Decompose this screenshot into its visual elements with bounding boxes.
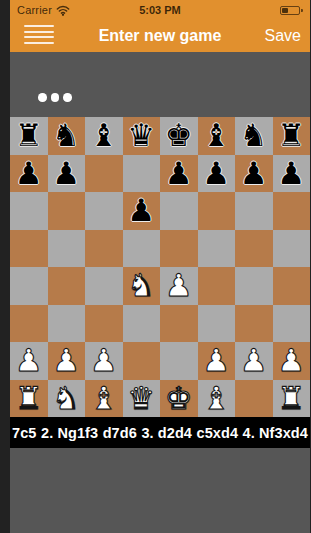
dot xyxy=(51,93,60,102)
white-pawn[interactable]: ♟ xyxy=(240,342,268,379)
square-b6[interactable] xyxy=(48,192,86,230)
square-a3[interactable] xyxy=(10,305,48,343)
square-a7[interactable]: ♟ xyxy=(10,155,48,193)
square-g1[interactable] xyxy=(235,380,273,418)
status-left: Carrier xyxy=(17,4,70,16)
white-queen[interactable]: ♛ xyxy=(127,380,155,417)
square-g4[interactable] xyxy=(235,267,273,305)
square-c3[interactable] xyxy=(85,305,123,343)
square-a2[interactable]: ♟ xyxy=(10,342,48,380)
move-token[interactable]: d7d6 xyxy=(103,425,137,441)
square-e5[interactable] xyxy=(160,230,198,268)
black-rook[interactable]: ♜ xyxy=(15,117,43,154)
dots-indicator xyxy=(38,93,72,102)
square-f4[interactable] xyxy=(198,267,236,305)
black-bishop[interactable]: ♝ xyxy=(90,117,118,154)
black-knight[interactable]: ♞ xyxy=(240,117,268,154)
square-b4[interactable] xyxy=(48,267,86,305)
menu-icon[interactable] xyxy=(24,25,54,44)
square-h8[interactable]: ♜ xyxy=(273,117,311,155)
black-pawn[interactable]: ♟ xyxy=(15,155,43,192)
white-pawn[interactable]: ♟ xyxy=(52,342,80,379)
square-d4[interactable]: ♞ xyxy=(123,267,161,305)
status-right xyxy=(280,6,303,15)
black-pawn[interactable]: ♟ xyxy=(202,155,230,192)
square-h1[interactable]: ♜ xyxy=(273,380,311,418)
square-h2[interactable]: ♟ xyxy=(273,342,311,380)
square-f3[interactable] xyxy=(198,305,236,343)
square-h7[interactable]: ♟ xyxy=(273,155,311,193)
dot xyxy=(63,93,72,102)
square-c1[interactable]: ♝ xyxy=(85,380,123,418)
square-c6[interactable] xyxy=(85,192,123,230)
square-g7[interactable]: ♟ xyxy=(235,155,273,193)
square-d8[interactable]: ♛ xyxy=(123,117,161,155)
square-b7[interactable]: ♟ xyxy=(48,155,86,193)
white-pawn[interactable]: ♟ xyxy=(15,342,43,379)
square-a4[interactable] xyxy=(10,267,48,305)
square-e8[interactable]: ♚ xyxy=(160,117,198,155)
move-token[interactable]: 2. Ng1f3 xyxy=(41,425,98,441)
wifi-icon xyxy=(56,5,70,16)
square-e1[interactable]: ♚ xyxy=(160,380,198,418)
black-pawn[interactable]: ♟ xyxy=(240,155,268,192)
battery-icon xyxy=(280,6,300,15)
white-rook[interactable]: ♜ xyxy=(15,380,43,417)
status-bar: Carrier 5:03 PM xyxy=(10,0,310,20)
black-bishop[interactable]: ♝ xyxy=(202,117,230,154)
square-a5[interactable] xyxy=(10,230,48,268)
square-f1[interactable]: ♝ xyxy=(198,380,236,418)
square-h5[interactable] xyxy=(273,230,311,268)
square-h4[interactable] xyxy=(273,267,311,305)
square-b1[interactable]: ♞ xyxy=(48,380,86,418)
black-pawn[interactable]: ♟ xyxy=(165,155,193,192)
black-pawn[interactable]: ♟ xyxy=(277,155,305,192)
square-d6[interactable]: ♟ xyxy=(123,192,161,230)
white-bishop[interactable]: ♝ xyxy=(202,380,230,417)
black-pawn[interactable]: ♟ xyxy=(52,155,80,192)
save-button[interactable]: Save xyxy=(265,20,301,52)
black-rook[interactable]: ♜ xyxy=(277,117,305,154)
white-pawn[interactable]: ♟ xyxy=(202,342,230,379)
square-f6[interactable] xyxy=(198,192,236,230)
black-queen[interactable]: ♛ xyxy=(127,117,155,154)
square-c5[interactable] xyxy=(85,230,123,268)
white-pawn[interactable]: ♟ xyxy=(277,342,305,379)
square-g6[interactable] xyxy=(235,192,273,230)
square-d5[interactable] xyxy=(123,230,161,268)
dot xyxy=(38,93,47,102)
carrier-label: Carrier xyxy=(17,4,52,16)
white-knight[interactable]: ♞ xyxy=(52,380,80,417)
black-king[interactable]: ♚ xyxy=(165,117,193,154)
square-c8[interactable]: ♝ xyxy=(85,117,123,155)
white-pawn[interactable]: ♟ xyxy=(90,342,118,379)
square-a6[interactable] xyxy=(10,192,48,230)
square-c4[interactable] xyxy=(85,267,123,305)
square-b5[interactable] xyxy=(48,230,86,268)
square-f8[interactable]: ♝ xyxy=(198,117,236,155)
square-f7[interactable]: ♟ xyxy=(198,155,236,193)
square-d7[interactable] xyxy=(123,155,161,193)
white-pawn[interactable]: ♟ xyxy=(165,267,193,304)
move-list: 7c52. Ng1f3d7d63. d2d4c5xd44. Nf3xd4 xyxy=(10,417,310,448)
navigation-bar: Enter new game Save xyxy=(10,20,310,52)
square-b8[interactable]: ♞ xyxy=(48,117,86,155)
square-f2[interactable]: ♟ xyxy=(198,342,236,380)
white-rook[interactable]: ♜ xyxy=(277,380,305,417)
square-f5[interactable] xyxy=(198,230,236,268)
square-a1[interactable]: ♜ xyxy=(10,380,48,418)
square-d2[interactable] xyxy=(123,342,161,380)
square-h3[interactable] xyxy=(273,305,311,343)
square-g5[interactable] xyxy=(235,230,273,268)
white-bishop[interactable]: ♝ xyxy=(90,380,118,417)
square-c2[interactable]: ♟ xyxy=(85,342,123,380)
square-d3[interactable] xyxy=(123,305,161,343)
move-token[interactable]: 3. d2d4 xyxy=(141,425,192,441)
square-h6[interactable] xyxy=(273,192,311,230)
black-pawn[interactable]: ♟ xyxy=(127,192,155,229)
white-knight[interactable]: ♞ xyxy=(127,267,155,304)
chess-board: ♜♞♝♛♚♝♞♜♟♟♟♟♟♟♟♞♟♟♟♟♟♟♟♜♞♝♛♚♝♜ xyxy=(10,117,310,417)
square-b3[interactable] xyxy=(48,305,86,343)
square-g2[interactable]: ♟ xyxy=(235,342,273,380)
square-b2[interactable]: ♟ xyxy=(48,342,86,380)
square-a8[interactable]: ♜ xyxy=(10,117,48,155)
square-e6[interactable] xyxy=(160,192,198,230)
square-g8[interactable]: ♞ xyxy=(235,117,273,155)
square-c7[interactable] xyxy=(85,155,123,193)
square-e7[interactable]: ♟ xyxy=(160,155,198,193)
square-e4[interactable]: ♟ xyxy=(160,267,198,305)
square-g3[interactable] xyxy=(235,305,273,343)
black-knight[interactable]: ♞ xyxy=(52,117,80,154)
move-token[interactable]: c5xd4 xyxy=(197,425,239,441)
square-e3[interactable] xyxy=(160,305,198,343)
app-screen: Carrier 5:03 PM Enter new game Save ♜♞♝♛… xyxy=(10,0,310,533)
square-e2[interactable] xyxy=(160,342,198,380)
move-token[interactable]: 4. Nf3xd4 xyxy=(243,425,308,441)
white-king[interactable]: ♚ xyxy=(165,380,193,417)
move-token[interactable]: 7c5 xyxy=(12,425,37,441)
square-d1[interactable]: ♛ xyxy=(123,380,161,418)
